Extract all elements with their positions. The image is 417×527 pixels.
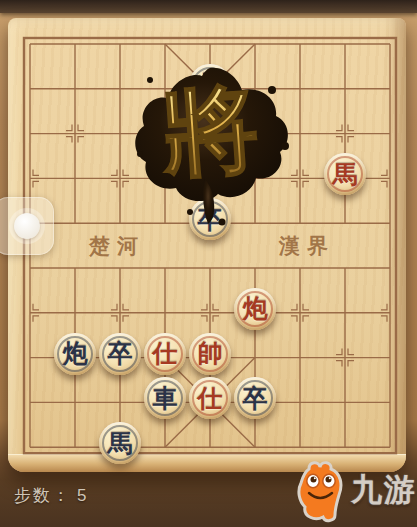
floating-assistive-button[interactable]	[0, 197, 54, 255]
piece-character: 卒	[243, 386, 268, 411]
piece-character: 卒	[198, 207, 223, 232]
piece-red-帥[interactable]: 帥	[189, 333, 231, 375]
jiuyou-mascot-icon	[295, 457, 347, 523]
piece-character: 炮	[63, 341, 88, 366]
piece-red-仕[interactable]: 仕	[144, 333, 186, 375]
piece-black-卒[interactable]: 卒	[234, 377, 276, 419]
piece-character: 仕	[198, 386, 223, 411]
piece-character: 仕	[153, 341, 178, 366]
piece-black-将[interactable]: 将	[189, 64, 231, 106]
piece-character: 士	[243, 117, 268, 142]
piece-character: 士	[153, 117, 178, 142]
piece-character: 馬	[333, 162, 358, 187]
assistive-dot-icon	[14, 213, 40, 239]
piece-character: 卒	[108, 341, 133, 366]
jiuyou-logo-text: 九游	[351, 469, 417, 511]
piece-character: 将	[198, 72, 223, 97]
step-counter-value: 5	[77, 486, 88, 505]
piece-character: 帥	[198, 341, 223, 366]
piece-black-士[interactable]: 士	[234, 109, 276, 151]
piece-red-炮[interactable]: 炮	[234, 288, 276, 330]
piece-black-士[interactable]: 士	[144, 109, 186, 151]
piece-black-車[interactable]: 車	[144, 377, 186, 419]
piece-character: 車	[153, 386, 178, 411]
pieces-layer: 将士兵士馬卒炮炮卒仕帥車仕卒馬	[0, 0, 417, 527]
piece-character: 兵	[198, 117, 223, 142]
piece-character: 炮	[243, 296, 268, 321]
piece-red-仕[interactable]: 仕	[189, 377, 231, 419]
piece-red-馬[interactable]: 馬	[324, 153, 366, 195]
piece-black-炮[interactable]: 炮	[54, 333, 96, 375]
jiuyou-watermark: 九游	[295, 457, 417, 523]
piece-black-卒[interactable]: 卒	[189, 198, 231, 240]
piece-black-卒[interactable]: 卒	[99, 333, 141, 375]
game-screen: 楚河 漢界 将士兵士馬卒炮炮卒仕帥車仕卒馬 將	[0, 0, 417, 527]
piece-red-兵[interactable]: 兵	[189, 109, 231, 151]
step-counter: 步数：5	[14, 484, 88, 507]
piece-character: 馬	[108, 431, 133, 456]
step-counter-label: 步数：	[14, 486, 71, 505]
piece-black-馬[interactable]: 馬	[99, 422, 141, 464]
